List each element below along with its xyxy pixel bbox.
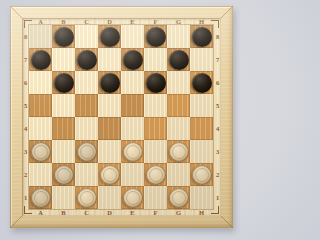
square-h2[interactable] xyxy=(190,163,213,186)
file-label-bottom-b: B xyxy=(52,209,75,216)
square-a2[interactable] xyxy=(29,163,52,186)
white-checker-c3[interactable] xyxy=(77,142,97,162)
rank-label-left-2: 2 xyxy=(22,163,29,186)
square-g1[interactable] xyxy=(167,186,190,209)
white-checker-d2[interactable] xyxy=(100,165,120,185)
white-checker-c1[interactable] xyxy=(77,188,97,208)
board-inner-panel: ABCDEFGH ABCDEFGH 87654321 87654321 xyxy=(22,18,221,216)
file-label-top-f: F xyxy=(144,18,167,25)
square-b1[interactable] xyxy=(52,186,75,209)
square-g5[interactable] xyxy=(167,94,190,117)
square-f3[interactable] xyxy=(144,140,167,163)
square-a4[interactable] xyxy=(29,117,52,140)
square-f4[interactable] xyxy=(144,117,167,140)
square-c4[interactable] xyxy=(75,117,98,140)
file-label-top-c: C xyxy=(75,18,98,25)
square-d1[interactable] xyxy=(98,186,121,209)
square-h3[interactable] xyxy=(190,140,213,163)
square-e5[interactable] xyxy=(121,94,144,117)
square-h8[interactable] xyxy=(190,25,213,48)
file-label-bottom-d: D xyxy=(98,209,121,216)
square-d3[interactable] xyxy=(98,140,121,163)
black-checker-f8[interactable] xyxy=(146,27,166,47)
square-d5[interactable] xyxy=(98,94,121,117)
square-h1[interactable] xyxy=(190,186,213,209)
square-c1[interactable] xyxy=(75,186,98,209)
rank-label-right-4: 4 xyxy=(214,117,221,140)
rank-label-right-3: 3 xyxy=(214,140,221,163)
black-checker-g7[interactable] xyxy=(169,50,189,70)
square-b8[interactable] xyxy=(52,25,75,48)
rank-labels-right: 87654321 xyxy=(214,25,221,209)
file-label-bottom-e: E xyxy=(121,209,144,216)
square-g7[interactable] xyxy=(167,48,190,71)
square-c3[interactable] xyxy=(75,140,98,163)
square-a8[interactable] xyxy=(29,25,52,48)
frame-miter-top-right xyxy=(221,6,233,18)
frame-miter-top-left xyxy=(10,6,22,18)
square-b5[interactable] xyxy=(52,94,75,117)
square-h7[interactable] xyxy=(190,48,213,71)
file-label-top-d: D xyxy=(98,18,121,25)
rank-label-left-6: 6 xyxy=(22,71,29,94)
board-grid xyxy=(29,25,213,209)
square-d2[interactable] xyxy=(98,163,121,186)
file-label-bottom-h: H xyxy=(190,209,213,216)
rank-label-right-5: 5 xyxy=(214,94,221,117)
file-label-top-g: G xyxy=(167,18,190,25)
checkers-board: ABCDEFGH ABCDEFGH 87654321 87654321 xyxy=(10,6,233,228)
black-checker-f6[interactable] xyxy=(146,73,166,93)
frame-miter-bottom-right xyxy=(221,216,233,228)
square-g8[interactable] xyxy=(167,25,190,48)
square-g3[interactable] xyxy=(167,140,190,163)
square-e3[interactable] xyxy=(121,140,144,163)
white-checker-a1[interactable] xyxy=(31,188,51,208)
rank-label-left-1: 1 xyxy=(22,186,29,209)
white-checker-g3[interactable] xyxy=(169,142,189,162)
square-a1[interactable] xyxy=(29,186,52,209)
file-label-top-a: A xyxy=(29,18,52,25)
square-f6[interactable] xyxy=(144,71,167,94)
square-d4[interactable] xyxy=(98,117,121,140)
square-h6[interactable] xyxy=(190,71,213,94)
square-b3[interactable] xyxy=(52,140,75,163)
file-label-bottom-g: G xyxy=(167,209,190,216)
white-checker-f2[interactable] xyxy=(146,165,166,185)
photo-background: { "game": "checkers", "board_type": "8x8… xyxy=(0,0,240,240)
rank-label-left-5: 5 xyxy=(22,94,29,117)
square-b6[interactable] xyxy=(52,71,75,94)
frame-miter-bottom-left xyxy=(10,216,22,228)
rank-label-right-6: 6 xyxy=(214,71,221,94)
square-h5[interactable] xyxy=(190,94,213,117)
square-e8[interactable] xyxy=(121,25,144,48)
black-checker-e7[interactable] xyxy=(123,50,143,70)
square-c8[interactable] xyxy=(75,25,98,48)
white-checker-a3[interactable] xyxy=(31,142,51,162)
square-a7[interactable] xyxy=(29,48,52,71)
file-labels-bottom: ABCDEFGH xyxy=(29,209,213,216)
square-c2[interactable] xyxy=(75,163,98,186)
rank-label-right-2: 2 xyxy=(214,163,221,186)
black-checker-d8[interactable] xyxy=(100,27,120,47)
black-checker-b6[interactable] xyxy=(54,73,74,93)
rank-label-right-7: 7 xyxy=(214,48,221,71)
square-d6[interactable] xyxy=(98,71,121,94)
square-a5[interactable] xyxy=(29,94,52,117)
square-d7[interactable] xyxy=(98,48,121,71)
square-a6[interactable] xyxy=(29,71,52,94)
square-e7[interactable] xyxy=(121,48,144,71)
square-e2[interactable] xyxy=(121,163,144,186)
white-checker-b2[interactable] xyxy=(54,165,74,185)
black-checker-d6[interactable] xyxy=(100,73,120,93)
square-b7[interactable] xyxy=(52,48,75,71)
white-checker-g1[interactable] xyxy=(169,188,189,208)
rank-label-left-3: 3 xyxy=(22,140,29,163)
rank-label-left-8: 8 xyxy=(22,25,29,48)
square-c5[interactable] xyxy=(75,94,98,117)
square-g4[interactable] xyxy=(167,117,190,140)
black-checker-h8[interactable] xyxy=(192,27,212,47)
square-f1[interactable] xyxy=(144,186,167,209)
square-f5[interactable] xyxy=(144,94,167,117)
file-labels-top: ABCDEFGH xyxy=(29,18,213,25)
square-a3[interactable] xyxy=(29,140,52,163)
black-checker-h6[interactable] xyxy=(192,73,212,93)
rank-label-right-1: 1 xyxy=(214,186,221,209)
rank-labels-left: 87654321 xyxy=(22,25,29,209)
square-e6[interactable] xyxy=(121,71,144,94)
file-label-top-h: H xyxy=(190,18,213,25)
square-g6[interactable] xyxy=(167,71,190,94)
file-label-top-e: E xyxy=(121,18,144,25)
square-f2[interactable] xyxy=(144,163,167,186)
square-c7[interactable] xyxy=(75,48,98,71)
square-b4[interactable] xyxy=(52,117,75,140)
black-checker-a7[interactable] xyxy=(31,50,51,70)
rank-label-left-4: 4 xyxy=(22,117,29,140)
file-label-bottom-f: F xyxy=(144,209,167,216)
rank-label-left-7: 7 xyxy=(22,48,29,71)
square-h4[interactable] xyxy=(190,117,213,140)
rank-label-right-8: 8 xyxy=(214,25,221,48)
square-c6[interactable] xyxy=(75,71,98,94)
square-f7[interactable] xyxy=(144,48,167,71)
file-label-bottom-a: A xyxy=(29,209,52,216)
square-e4[interactable] xyxy=(121,117,144,140)
square-g2[interactable] xyxy=(167,163,190,186)
square-d8[interactable] xyxy=(98,25,121,48)
file-label-bottom-c: C xyxy=(75,209,98,216)
black-checker-c7[interactable] xyxy=(77,50,97,70)
square-b2[interactable] xyxy=(52,163,75,186)
file-label-top-b: B xyxy=(52,18,75,25)
black-checker-b8[interactable] xyxy=(54,27,74,47)
square-e1[interactable] xyxy=(121,186,144,209)
white-checker-e3[interactable] xyxy=(123,142,143,162)
square-f8[interactable] xyxy=(144,25,167,48)
white-checker-e1[interactable] xyxy=(123,188,143,208)
white-checker-h2[interactable] xyxy=(192,165,212,185)
